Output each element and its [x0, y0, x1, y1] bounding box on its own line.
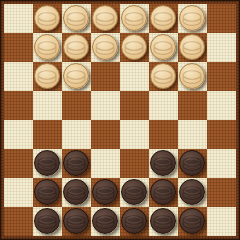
square-r2c2[interactable]: ⛀ [33, 33, 62, 62]
checker-piece-dark[interactable]: ⛂ [34, 179, 60, 205]
square-r4c5[interactable] [120, 91, 149, 120]
square-r5c3[interactable] [62, 120, 91, 149]
checker-piece-dark[interactable]: ⛂ [121, 179, 147, 205]
checker-piece-dark[interactable]: ⛂ [34, 150, 60, 176]
square-r3c4[interactable] [91, 62, 120, 91]
checkers-board: ⛀⛀⛀⛀⛀⛀⛀⛀⛀⛀⛀⛀⛀⛀⛀⛀⛂⛂⛂⛂⛂⛂⛂⛂⛂⛂⛂⛂⛂⛂⛂⛂ [4, 4, 236, 236]
checker-piece-light[interactable]: ⛀ [92, 5, 118, 31]
square-r8c3[interactable]: ⛂ [62, 207, 91, 236]
square-r5c7[interactable] [178, 120, 207, 149]
square-r3c5[interactable] [120, 62, 149, 91]
square-r5c8[interactable] [207, 120, 236, 149]
square-r1c7[interactable]: ⛀ [178, 4, 207, 33]
checker-piece-dark[interactable]: ⛂ [179, 208, 205, 234]
checker-piece-dark[interactable]: ⛂ [92, 208, 118, 234]
square-r5c5[interactable] [120, 120, 149, 149]
square-r6c7[interactable]: ⛂ [178, 149, 207, 178]
square-r5c6[interactable] [149, 120, 178, 149]
square-r3c8[interactable] [207, 62, 236, 91]
square-r7c4[interactable]: ⛂ [91, 178, 120, 207]
checker-piece-light[interactable]: ⛀ [121, 34, 147, 60]
square-r3c7[interactable]: ⛀ [178, 62, 207, 91]
square-r7c6[interactable]: ⛂ [149, 178, 178, 207]
checker-piece-light[interactable]: ⛀ [150, 34, 176, 60]
checker-piece-dark[interactable]: ⛂ [63, 179, 89, 205]
square-r2c6[interactable]: ⛀ [149, 33, 178, 62]
square-r6c1[interactable] [4, 149, 33, 178]
checker-piece-dark[interactable]: ⛂ [150, 150, 176, 176]
checker-piece-dark[interactable]: ⛂ [150, 179, 176, 205]
checker-piece-dark[interactable]: ⛂ [179, 179, 205, 205]
square-r1c2[interactable]: ⛀ [33, 4, 62, 33]
square-r2c3[interactable]: ⛀ [62, 33, 91, 62]
square-r7c3[interactable]: ⛂ [62, 178, 91, 207]
square-r8c5[interactable]: ⛂ [120, 207, 149, 236]
checker-piece-dark[interactable]: ⛂ [92, 179, 118, 205]
checker-piece-light[interactable]: ⛀ [34, 34, 60, 60]
square-r8c1[interactable] [4, 207, 33, 236]
checker-piece-light[interactable]: ⛀ [150, 63, 176, 89]
checker-piece-light[interactable]: ⛀ [63, 34, 89, 60]
square-r1c6[interactable]: ⛀ [149, 4, 178, 33]
square-r2c8[interactable] [207, 33, 236, 62]
checker-piece-dark[interactable]: ⛂ [63, 208, 89, 234]
square-r7c5[interactable]: ⛂ [120, 178, 149, 207]
checker-piece-light[interactable]: ⛀ [179, 63, 205, 89]
square-r3c2[interactable]: ⛀ [33, 62, 62, 91]
square-r6c2[interactable]: ⛂ [33, 149, 62, 178]
square-r4c8[interactable] [207, 91, 236, 120]
square-r8c8[interactable] [207, 207, 236, 236]
square-r4c6[interactable] [149, 91, 178, 120]
square-r5c2[interactable] [33, 120, 62, 149]
square-r5c4[interactable] [91, 120, 120, 149]
square-r6c3[interactable]: ⛂ [62, 149, 91, 178]
square-r7c1[interactable] [4, 178, 33, 207]
square-r7c7[interactable]: ⛂ [178, 178, 207, 207]
checker-piece-dark[interactable]: ⛂ [63, 150, 89, 176]
checkers-board-frame: ⛀⛀⛀⛀⛀⛀⛀⛀⛀⛀⛀⛀⛀⛀⛀⛀⛂⛂⛂⛂⛂⛂⛂⛂⛂⛂⛂⛂⛂⛂⛂⛂ [0, 0, 240, 240]
square-r1c3[interactable]: ⛀ [62, 4, 91, 33]
square-r6c4[interactable] [91, 149, 120, 178]
square-r2c5[interactable]: ⛀ [120, 33, 149, 62]
checker-piece-dark[interactable]: ⛂ [150, 208, 176, 234]
square-r3c3[interactable]: ⛀ [62, 62, 91, 91]
checker-piece-light[interactable]: ⛀ [179, 34, 205, 60]
checker-piece-light[interactable]: ⛀ [179, 5, 205, 31]
square-r4c4[interactable] [91, 91, 120, 120]
square-r6c8[interactable] [207, 149, 236, 178]
square-r3c6[interactable]: ⛀ [149, 62, 178, 91]
checker-piece-light[interactable]: ⛀ [92, 34, 118, 60]
checker-piece-light[interactable]: ⛀ [63, 63, 89, 89]
square-r1c4[interactable]: ⛀ [91, 4, 120, 33]
checker-piece-light[interactable]: ⛀ [150, 5, 176, 31]
square-r4c2[interactable] [33, 91, 62, 120]
square-r8c7[interactable]: ⛂ [178, 207, 207, 236]
checker-piece-dark[interactable]: ⛂ [179, 150, 205, 176]
square-r4c7[interactable] [178, 91, 207, 120]
square-r8c2[interactable]: ⛂ [33, 207, 62, 236]
square-r8c6[interactable]: ⛂ [149, 207, 178, 236]
square-r5c1[interactable] [4, 120, 33, 149]
square-r7c8[interactable] [207, 178, 236, 207]
square-r4c3[interactable] [62, 91, 91, 120]
checker-piece-light[interactable]: ⛀ [121, 5, 147, 31]
square-r6c5[interactable] [120, 149, 149, 178]
checker-piece-light[interactable]: ⛀ [34, 5, 60, 31]
checker-piece-dark[interactable]: ⛂ [34, 208, 60, 234]
square-r2c7[interactable]: ⛀ [178, 33, 207, 62]
checker-piece-light[interactable]: ⛀ [63, 5, 89, 31]
square-r7c2[interactable]: ⛂ [33, 178, 62, 207]
square-r1c1[interactable] [4, 4, 33, 33]
square-r8c4[interactable]: ⛂ [91, 207, 120, 236]
square-r3c1[interactable] [4, 62, 33, 91]
square-r6c6[interactable]: ⛂ [149, 149, 178, 178]
square-r2c1[interactable] [4, 33, 33, 62]
checker-piece-dark[interactable]: ⛂ [121, 208, 147, 234]
square-r4c1[interactable] [4, 91, 33, 120]
square-r2c4[interactable]: ⛀ [91, 33, 120, 62]
square-r1c5[interactable]: ⛀ [120, 4, 149, 33]
checker-piece-light[interactable]: ⛀ [34, 63, 60, 89]
square-r1c8[interactable] [207, 4, 236, 33]
